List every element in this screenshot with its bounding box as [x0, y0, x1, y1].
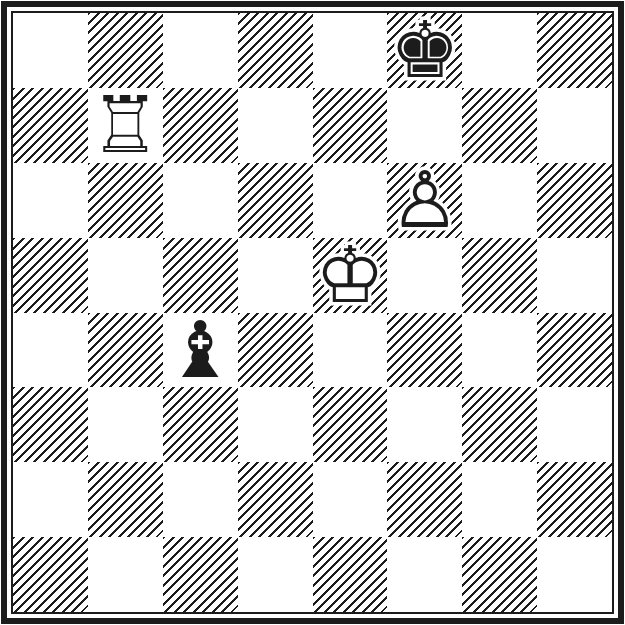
square-c1[interactable] — [163, 537, 238, 612]
square-h2[interactable] — [537, 462, 612, 537]
square-d7[interactable] — [238, 88, 313, 163]
piece-halo: ♟ — [387, 163, 462, 238]
square-d5[interactable] — [238, 238, 313, 313]
chess-diagram: ♚♚♜♖♟♙♚♔♝♝ — [0, 0, 625, 625]
square-h8[interactable] — [537, 13, 612, 88]
square-f6[interactable]: ♟♙ — [387, 163, 462, 238]
square-c5[interactable] — [163, 238, 238, 313]
piece-black-king: ♚ — [387, 13, 462, 88]
square-e7[interactable] — [313, 88, 388, 163]
square-a7[interactable] — [13, 88, 88, 163]
square-d4[interactable] — [238, 313, 313, 388]
square-h1[interactable] — [537, 537, 612, 612]
piece-halo: ♚ — [313, 238, 388, 313]
square-b2[interactable] — [88, 462, 163, 537]
piece-halo: ♝ — [163, 313, 238, 388]
square-d6[interactable] — [238, 163, 313, 238]
square-e3[interactable] — [313, 387, 388, 462]
square-f1[interactable] — [387, 537, 462, 612]
square-b1[interactable] — [88, 537, 163, 612]
board-inner-frame: ♚♚♜♖♟♙♚♔♝♝ — [11, 11, 614, 614]
board-outer-frame: ♚♚♜♖♟♙♚♔♝♝ — [1, 1, 624, 624]
square-b5[interactable] — [88, 238, 163, 313]
square-a5[interactable] — [13, 238, 88, 313]
square-c2[interactable] — [163, 462, 238, 537]
square-a1[interactable] — [13, 537, 88, 612]
piece-white-king: ♔ — [313, 238, 388, 313]
square-h3[interactable] — [537, 387, 612, 462]
piece-white-rook: ♖ — [88, 88, 163, 163]
square-a3[interactable] — [13, 387, 88, 462]
square-g8[interactable] — [462, 13, 537, 88]
square-c8[interactable] — [163, 13, 238, 88]
square-c4[interactable]: ♝♝ — [163, 313, 238, 388]
square-d8[interactable] — [238, 13, 313, 88]
square-g7[interactable] — [462, 88, 537, 163]
chess-board: ♚♚♜♖♟♙♚♔♝♝ — [13, 13, 612, 612]
square-b7[interactable]: ♜♖ — [88, 88, 163, 163]
square-c7[interactable] — [163, 88, 238, 163]
square-d2[interactable] — [238, 462, 313, 537]
square-e2[interactable] — [313, 462, 388, 537]
square-h7[interactable] — [537, 88, 612, 163]
piece-black-bishop: ♝ — [163, 313, 238, 388]
square-g3[interactable] — [462, 387, 537, 462]
square-a4[interactable] — [13, 313, 88, 388]
square-h6[interactable] — [537, 163, 612, 238]
square-d3[interactable] — [238, 387, 313, 462]
square-g2[interactable] — [462, 462, 537, 537]
square-c3[interactable] — [163, 387, 238, 462]
square-f5[interactable] — [387, 238, 462, 313]
square-e4[interactable] — [313, 313, 388, 388]
square-e1[interactable] — [313, 537, 388, 612]
square-h4[interactable] — [537, 313, 612, 388]
piece-halo: ♜ — [88, 88, 163, 163]
square-e6[interactable] — [313, 163, 388, 238]
square-g4[interactable] — [462, 313, 537, 388]
square-b3[interactable] — [88, 387, 163, 462]
square-f7[interactable] — [387, 88, 462, 163]
square-f2[interactable] — [387, 462, 462, 537]
square-a2[interactable] — [13, 462, 88, 537]
square-e5[interactable]: ♚♔ — [313, 238, 388, 313]
square-f3[interactable] — [387, 387, 462, 462]
square-b8[interactable] — [88, 13, 163, 88]
square-b4[interactable] — [88, 313, 163, 388]
square-b6[interactable] — [88, 163, 163, 238]
square-c6[interactable] — [163, 163, 238, 238]
square-g5[interactable] — [462, 238, 537, 313]
square-a8[interactable] — [13, 13, 88, 88]
piece-halo: ♚ — [387, 13, 462, 88]
square-e8[interactable] — [313, 13, 388, 88]
square-g1[interactable] — [462, 537, 537, 612]
square-h5[interactable] — [537, 238, 612, 313]
square-g6[interactable] — [462, 163, 537, 238]
piece-white-pawn: ♙ — [387, 163, 462, 238]
square-f4[interactable] — [387, 313, 462, 388]
square-d1[interactable] — [238, 537, 313, 612]
square-f8[interactable]: ♚♚ — [387, 13, 462, 88]
square-a6[interactable] — [13, 163, 88, 238]
